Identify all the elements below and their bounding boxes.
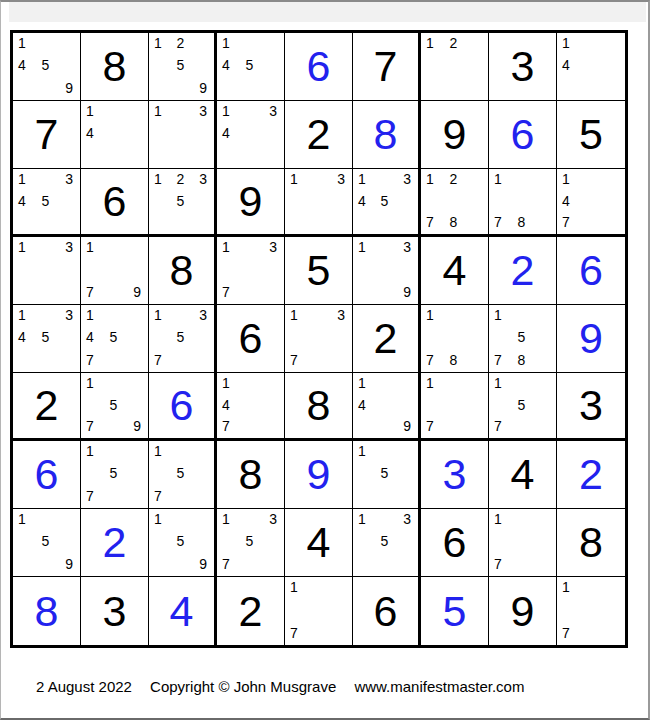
- pencil-mark-1: 1: [358, 444, 366, 458]
- cell-r1c7[interactable]: 12: [421, 33, 489, 101]
- given-digit: 3: [103, 590, 127, 633]
- pencil-mark-7: 7: [290, 353, 298, 367]
- footer-copyright: Copyright © John Musgrave: [150, 678, 336, 695]
- cell-r5c3[interactable]: 1357: [149, 305, 217, 373]
- given-digit: 3: [579, 384, 603, 427]
- given-digit: 4: [443, 249, 467, 292]
- cell-r9c5[interactable]: 17: [285, 577, 353, 645]
- cell-r1c1[interactable]: 1459: [13, 33, 81, 101]
- cell-r8c8[interactable]: 17: [489, 509, 557, 577]
- given-digit: 9: [239, 180, 263, 223]
- pencil-mark-1: 1: [222, 104, 230, 118]
- pencil-marks: 17: [557, 577, 625, 645]
- solved-digit: 9: [579, 317, 603, 360]
- pencil-marks: 137: [217, 237, 284, 304]
- cell-r5c1[interactable]: 1345: [13, 305, 81, 373]
- cell-r6c6[interactable]: 149: [353, 373, 421, 441]
- pencil-mark-7: 7: [426, 215, 434, 229]
- footer-date: 2 August 2022: [36, 678, 132, 695]
- pencil-marks: 1345: [353, 169, 418, 234]
- pencil-marks: 17: [489, 509, 556, 576]
- pencil-mark-3: 3: [337, 172, 345, 186]
- pencil-mark-1: 1: [222, 240, 230, 254]
- solved-digit: 2: [511, 249, 535, 292]
- pencil-mark-1: 1: [562, 36, 570, 50]
- cell-r6c5[interactable]: 8: [285, 373, 353, 441]
- cell-r7c3[interactable]: 157: [149, 441, 217, 509]
- cell-r2c2[interactable]: 14: [81, 101, 149, 169]
- given-digit: 9: [443, 113, 467, 156]
- pencil-mark-2: 2: [177, 172, 185, 186]
- cell-r1c3[interactable]: 1259: [149, 33, 217, 101]
- given-digit: 8: [239, 453, 263, 496]
- pencil-mark-7: 7: [154, 353, 162, 367]
- given-digit: 6: [374, 590, 398, 633]
- given-digit: 9: [511, 590, 535, 633]
- pencil-marks: 149: [353, 373, 418, 438]
- pencil-mark-7: 7: [86, 353, 94, 367]
- pencil-mark-1: 1: [18, 240, 26, 254]
- given-digit: 8: [579, 521, 603, 564]
- pencil-mark-8: 8: [450, 353, 458, 367]
- cell-r7c4[interactable]: 8: [217, 441, 285, 509]
- cell-r2c3[interactable]: 13: [149, 101, 217, 169]
- cell-r9c2[interactable]: 3: [81, 577, 149, 645]
- pencil-marks: 1457: [81, 305, 148, 372]
- cell-r4c3[interactable]: 8: [149, 237, 217, 305]
- solved-digit: 8: [35, 590, 59, 633]
- pencil-mark-5: 5: [110, 466, 118, 480]
- pencil-marks: 1357: [149, 305, 214, 372]
- given-digit: 8: [307, 384, 331, 427]
- pencil-mark-4: 4: [222, 398, 230, 412]
- pencil-mark-8: 8: [518, 353, 526, 367]
- cell-r7c7[interactable]: 3: [421, 441, 489, 509]
- pencil-mark-4: 4: [18, 58, 26, 72]
- pencil-mark-2: 2: [177, 36, 185, 50]
- cell-r3c2[interactable]: 6: [81, 169, 149, 237]
- solved-digit: 2: [579, 453, 603, 496]
- pencil-mark-9: 9: [65, 81, 73, 95]
- cell-r2c8[interactable]: 6: [489, 101, 557, 169]
- pencil-mark-1: 1: [18, 308, 26, 322]
- pencil-mark-1: 1: [494, 308, 502, 322]
- pencil-mark-9: 9: [403, 419, 411, 433]
- cell-r7c9[interactable]: 2: [557, 441, 625, 509]
- pencil-marks: 1345: [13, 169, 80, 234]
- solved-digit: 5: [443, 590, 467, 633]
- pencil-mark-7: 7: [494, 215, 502, 229]
- pencil-mark-7: 7: [222, 285, 230, 299]
- pencil-mark-5: 5: [110, 330, 118, 344]
- cell-r7c8[interactable]: 4: [489, 441, 557, 509]
- cell-r2c5[interactable]: 2: [285, 101, 353, 169]
- cell-r3c4[interactable]: 9: [217, 169, 285, 237]
- cell-r3c7[interactable]: 1278: [421, 169, 489, 237]
- cell-r6c7[interactable]: 17: [421, 373, 489, 441]
- pencil-marks: 147: [557, 169, 625, 234]
- pencil-marks: 147: [217, 373, 284, 438]
- cell-r2c7[interactable]: 9: [421, 101, 489, 169]
- pencil-mark-1: 1: [562, 172, 570, 186]
- cell-r2c1[interactable]: 7: [13, 101, 81, 169]
- cell-r3c5[interactable]: 13: [285, 169, 353, 237]
- pencil-mark-3: 3: [269, 512, 277, 526]
- pencil-marks: 145: [217, 33, 284, 100]
- cell-r1c2[interactable]: 8: [81, 33, 149, 101]
- pencil-mark-1: 1: [290, 308, 298, 322]
- cell-r3c6[interactable]: 1345: [353, 169, 421, 237]
- pencil-mark-9: 9: [133, 419, 141, 433]
- cell-r1c4[interactable]: 145: [217, 33, 285, 101]
- pencil-mark-1: 1: [86, 240, 94, 254]
- pencil-mark-9: 9: [65, 557, 73, 571]
- given-digit: 8: [103, 45, 127, 88]
- solved-digit: 6: [35, 453, 59, 496]
- pencil-mark-5: 5: [42, 330, 50, 344]
- pencil-mark-1: 1: [494, 376, 502, 390]
- pencil-mark-5: 5: [381, 534, 389, 548]
- pencil-mark-1: 1: [154, 308, 162, 322]
- pencil-mark-1: 1: [494, 512, 502, 526]
- pencil-mark-2: 2: [450, 172, 458, 186]
- cell-r4c5[interactable]: 5: [285, 237, 353, 305]
- page: 1459812591456712314714131342896513456123…: [0, 0, 650, 720]
- solved-digit: 2: [103, 521, 127, 564]
- pencil-mark-7: 7: [426, 353, 434, 367]
- pencil-marks: 1235: [149, 169, 214, 234]
- sudoku-board: 1459812591456712314714131342896513456123…: [10, 30, 628, 648]
- solved-digit: 6: [170, 384, 194, 427]
- cell-r8c3[interactable]: 159: [149, 509, 217, 577]
- given-digit: 2: [307, 113, 331, 156]
- cell-r1c9[interactable]: 14: [557, 33, 625, 101]
- pencil-mark-7: 7: [290, 626, 298, 640]
- pencil-marks: 134: [217, 101, 284, 168]
- given-digit: 4: [307, 521, 331, 564]
- cell-r1c8[interactable]: 3: [489, 33, 557, 101]
- solved-digit: 3: [443, 453, 467, 496]
- cell-r6c2[interactable]: 1579: [81, 373, 149, 441]
- pencil-mark-8: 8: [450, 215, 458, 229]
- cell-r5c9[interactable]: 9: [557, 305, 625, 373]
- pencil-mark-3: 3: [403, 172, 411, 186]
- pencil-mark-1: 1: [358, 240, 366, 254]
- given-digit: 8: [170, 249, 194, 292]
- cell-r8c6[interactable]: 135: [353, 509, 421, 577]
- given-digit: 6: [443, 521, 467, 564]
- pencil-mark-4: 4: [222, 126, 230, 140]
- pencil-mark-7: 7: [86, 489, 94, 503]
- cell-r4c2[interactable]: 179: [81, 237, 149, 305]
- pencil-mark-1: 1: [426, 172, 434, 186]
- cell-r3c8[interactable]: 178: [489, 169, 557, 237]
- pencil-mark-4: 4: [86, 126, 94, 140]
- pencil-mark-9: 9: [403, 285, 411, 299]
- pencil-mark-1: 1: [86, 376, 94, 390]
- cell-r5c7[interactable]: 178: [421, 305, 489, 373]
- given-digit: 7: [35, 113, 59, 156]
- pencil-marks: 1357: [217, 509, 284, 576]
- pencil-marks: 12: [421, 33, 488, 100]
- pencil-mark-1: 1: [18, 36, 26, 50]
- pencil-mark-5: 5: [381, 466, 389, 480]
- pencil-mark-1: 1: [222, 512, 230, 526]
- pencil-mark-1: 1: [426, 308, 434, 322]
- pencil-mark-3: 3: [403, 240, 411, 254]
- pencil-mark-1: 1: [290, 172, 298, 186]
- cell-r8c5[interactable]: 4: [285, 509, 353, 577]
- cell-r5c8[interactable]: 1578: [489, 305, 557, 373]
- cell-r9c4[interactable]: 2: [217, 577, 285, 645]
- pencil-marks: 13: [13, 237, 80, 304]
- pencil-mark-1: 1: [86, 104, 94, 118]
- pencil-marks: 1579: [81, 373, 148, 438]
- pencil-mark-1: 1: [154, 444, 162, 458]
- cell-r5c6[interactable]: 2: [353, 305, 421, 373]
- cell-r1c6[interactable]: 7: [353, 33, 421, 101]
- cell-r5c5[interactable]: 137: [285, 305, 353, 373]
- cell-r9c3[interactable]: 4: [149, 577, 217, 645]
- pencil-mark-5: 5: [518, 398, 526, 412]
- pencil-marks: 178: [421, 305, 488, 372]
- given-digit: 7: [374, 45, 398, 88]
- pencil-mark-1: 1: [290, 580, 298, 594]
- pencil-marks: 137: [285, 305, 352, 372]
- pencil-marks: 13: [149, 101, 214, 168]
- pencil-marks: 14: [81, 101, 148, 168]
- pencil-marks: 178: [489, 169, 556, 234]
- pencil-mark-9: 9: [199, 81, 207, 95]
- cell-r8c1[interactable]: 159: [13, 509, 81, 577]
- pencil-mark-1: 1: [494, 172, 502, 186]
- pencil-mark-3: 3: [65, 308, 73, 322]
- solved-digit: 6: [579, 249, 603, 292]
- cell-r9c1[interactable]: 8: [13, 577, 81, 645]
- given-digit: 5: [307, 249, 331, 292]
- pencil-mark-3: 3: [65, 240, 73, 254]
- pencil-mark-9: 9: [133, 285, 141, 299]
- cell-r8c7[interactable]: 6: [421, 509, 489, 577]
- pencil-mark-5: 5: [177, 330, 185, 344]
- solved-digit: 4: [170, 590, 194, 633]
- pencil-marks: 159: [149, 509, 214, 576]
- pencil-mark-7: 7: [426, 419, 434, 433]
- solved-digit: 8: [374, 113, 398, 156]
- cell-r4c6[interactable]: 139: [353, 237, 421, 305]
- cell-r6c3[interactable]: 6: [149, 373, 217, 441]
- pencil-mark-4: 4: [18, 194, 26, 208]
- pencil-marks: 1259: [149, 33, 214, 100]
- given-digit: 2: [374, 317, 398, 360]
- given-digit: 5: [579, 113, 603, 156]
- pencil-mark-3: 3: [199, 104, 207, 118]
- pencil-mark-4: 4: [86, 330, 94, 344]
- pencil-mark-5: 5: [381, 194, 389, 208]
- pencil-marks: 157: [149, 441, 214, 508]
- pencil-mark-7: 7: [154, 489, 162, 503]
- pencil-mark-1: 1: [222, 376, 230, 390]
- pencil-mark-1: 1: [86, 444, 94, 458]
- solved-digit: 6: [307, 45, 331, 88]
- pencil-mark-1: 1: [358, 376, 366, 390]
- pencil-marks: 135: [353, 509, 418, 576]
- cell-r7c5[interactable]: 9: [285, 441, 353, 509]
- cell-r4c4[interactable]: 137: [217, 237, 285, 305]
- cell-r9c8[interactable]: 9: [489, 577, 557, 645]
- given-digit: 6: [103, 180, 127, 223]
- pencil-marks: 159: [13, 509, 80, 576]
- pencil-mark-4: 4: [18, 330, 26, 344]
- cell-r7c1[interactable]: 6: [13, 441, 81, 509]
- cell-r3c1[interactable]: 1345: [13, 169, 81, 237]
- cell-r7c6[interactable]: 15: [353, 441, 421, 509]
- cell-r4c7[interactable]: 4: [421, 237, 489, 305]
- solved-digit: 6: [511, 113, 535, 156]
- given-digit: 4: [511, 453, 535, 496]
- pencil-mark-1: 1: [154, 172, 162, 186]
- pencil-mark-1: 1: [562, 580, 570, 594]
- solved-digit: 9: [307, 453, 331, 496]
- pencil-mark-1: 1: [18, 172, 26, 186]
- cell-r8c2[interactable]: 2: [81, 509, 149, 577]
- cell-r5c4[interactable]: 6: [217, 305, 285, 373]
- pencil-marks: 17: [421, 373, 488, 438]
- pencil-mark-5: 5: [177, 194, 185, 208]
- cell-r4c9[interactable]: 6: [557, 237, 625, 305]
- pencil-mark-1: 1: [86, 308, 94, 322]
- pencil-mark-7: 7: [494, 557, 502, 571]
- given-digit: 6: [239, 317, 263, 360]
- cell-r2c4[interactable]: 134: [217, 101, 285, 169]
- pencil-mark-2: 2: [450, 36, 458, 50]
- cell-r1c5[interactable]: 6: [285, 33, 353, 101]
- pencil-marks: 179: [81, 237, 148, 304]
- pencil-mark-3: 3: [65, 172, 73, 186]
- cell-r2c6[interactable]: 8: [353, 101, 421, 169]
- pencil-marks: 14: [557, 33, 625, 100]
- given-digit: 2: [35, 384, 59, 427]
- cell-r3c9[interactable]: 147: [557, 169, 625, 237]
- pencil-mark-7: 7: [86, 419, 94, 433]
- pencil-mark-7: 7: [562, 626, 570, 640]
- pencil-mark-9: 9: [199, 557, 207, 571]
- pencil-mark-5: 5: [177, 466, 185, 480]
- cell-r2c9[interactable]: 5: [557, 101, 625, 169]
- cell-r9c9[interactable]: 17: [557, 577, 625, 645]
- pencil-marks: 15: [353, 441, 418, 508]
- pencil-marks: 1278: [421, 169, 488, 234]
- pencil-mark-4: 4: [222, 58, 230, 72]
- pencil-mark-1: 1: [426, 376, 434, 390]
- pencil-mark-7: 7: [222, 419, 230, 433]
- pencil-marks: 157: [81, 441, 148, 508]
- pencil-mark-3: 3: [199, 172, 207, 186]
- pencil-mark-7: 7: [562, 215, 570, 229]
- cell-r6c9[interactable]: 3: [557, 373, 625, 441]
- pencil-mark-1: 1: [426, 36, 434, 50]
- top-band: [9, 2, 646, 22]
- cell-r6c8[interactable]: 157: [489, 373, 557, 441]
- cell-r8c4[interactable]: 1357: [217, 509, 285, 577]
- cell-r6c1[interactable]: 2: [13, 373, 81, 441]
- pencil-mark-5: 5: [177, 534, 185, 548]
- pencil-mark-1: 1: [154, 36, 162, 50]
- pencil-mark-1: 1: [222, 36, 230, 50]
- pencil-mark-1: 1: [154, 104, 162, 118]
- pencil-marks: 13: [285, 169, 352, 234]
- given-digit: 3: [511, 45, 535, 88]
- pencil-marks: 17: [285, 577, 352, 645]
- pencil-mark-5: 5: [246, 534, 254, 548]
- pencil-mark-5: 5: [518, 330, 526, 344]
- cell-r4c1[interactable]: 13: [13, 237, 81, 305]
- pencil-mark-7: 7: [222, 557, 230, 571]
- cell-r9c6[interactable]: 6: [353, 577, 421, 645]
- given-digit: 2: [239, 590, 263, 633]
- pencil-mark-3: 3: [269, 104, 277, 118]
- pencil-mark-7: 7: [494, 419, 502, 433]
- pencil-mark-4: 4: [562, 58, 570, 72]
- cell-r6c4[interactable]: 147: [217, 373, 285, 441]
- pencil-mark-5: 5: [42, 194, 50, 208]
- pencil-mark-8: 8: [518, 215, 526, 229]
- cell-r5c2[interactable]: 1457: [81, 305, 149, 373]
- pencil-mark-3: 3: [269, 240, 277, 254]
- pencil-mark-4: 4: [358, 194, 366, 208]
- pencil-mark-5: 5: [177, 58, 185, 72]
- footer-website: www.manifestmaster.com: [354, 678, 524, 695]
- pencil-mark-3: 3: [403, 512, 411, 526]
- pencil-marks: 1578: [489, 305, 556, 372]
- pencil-marks: 139: [353, 237, 418, 304]
- pencil-mark-5: 5: [42, 58, 50, 72]
- pencil-mark-1: 1: [358, 172, 366, 186]
- pencil-mark-1: 1: [18, 512, 26, 526]
- pencil-mark-3: 3: [199, 308, 207, 322]
- cell-r8c9[interactable]: 8: [557, 509, 625, 577]
- pencil-mark-1: 1: [358, 512, 366, 526]
- cell-r9c7[interactable]: 5: [421, 577, 489, 645]
- cell-r3c3[interactable]: 1235: [149, 169, 217, 237]
- pencil-mark-1: 1: [154, 512, 162, 526]
- footer: 2 August 2022 Copyright © John Musgrave …: [36, 678, 648, 695]
- pencil-mark-3: 3: [337, 308, 345, 322]
- pencil-mark-4: 4: [358, 398, 366, 412]
- pencil-mark-7: 7: [86, 285, 94, 299]
- pencil-marks: 1459: [13, 33, 80, 100]
- cell-r4c8[interactable]: 2: [489, 237, 557, 305]
- pencil-mark-4: 4: [562, 194, 570, 208]
- pencil-marks: 1345: [13, 305, 80, 372]
- pencil-marks: 157: [489, 373, 556, 438]
- pencil-mark-7: 7: [494, 353, 502, 367]
- pencil-mark-5: 5: [42, 534, 50, 548]
- pencil-mark-5: 5: [246, 58, 254, 72]
- pencil-mark-5: 5: [110, 398, 118, 412]
- cell-r7c2[interactable]: 157: [81, 441, 149, 509]
